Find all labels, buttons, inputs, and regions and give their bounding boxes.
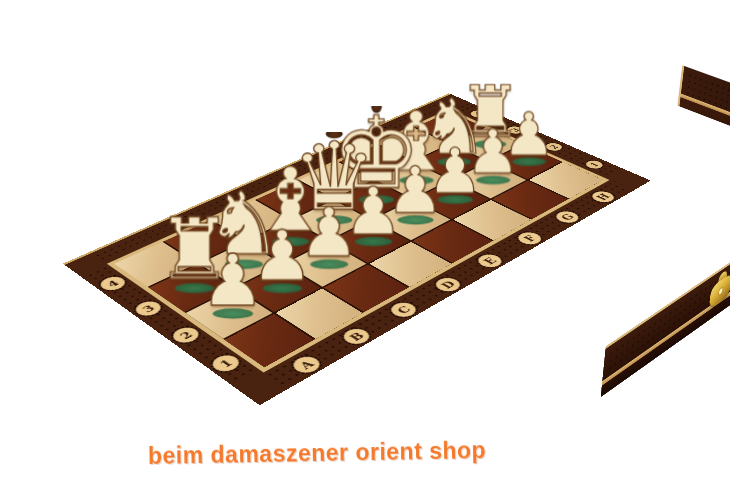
right-side-ornament <box>685 72 730 172</box>
piece-white-pawn-a2: ♟ <box>201 247 265 315</box>
green-felt-base <box>213 309 253 319</box>
green-felt-base <box>397 216 433 225</box>
brass-clasp-left <box>706 269 730 315</box>
perspective-wrapper: ♜♞♝♛♚♝♞♜♟♟♟♟♟♟♟♟ ABCDEFGH12341234 <box>0 0 730 491</box>
green-felt-base <box>355 237 392 246</box>
green-felt-base <box>263 283 302 293</box>
product-photo: ♜♞♝♛♚♝♞♜♟♟♟♟♟♟♟♟ ABCDEFGH12341234 <box>0 0 730 491</box>
green-felt-base <box>310 260 348 270</box>
board-top: ♜♞♝♛♚♝♞♜♟♟♟♟♟♟♟♟ ABCDEFGH12341234 <box>63 93 651 405</box>
box-right-side <box>677 65 730 189</box>
